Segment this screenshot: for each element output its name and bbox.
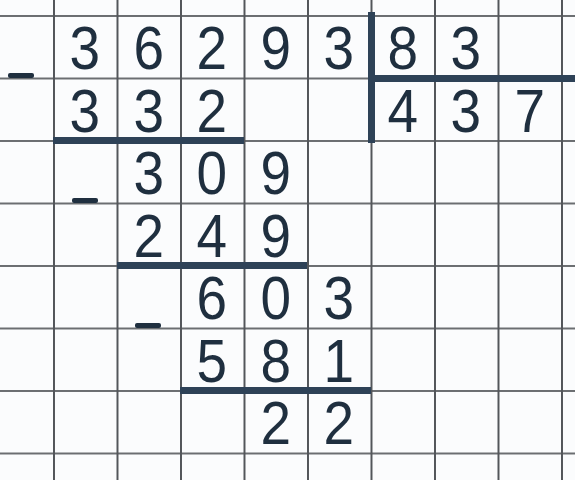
digit-cell-r5c3: 6: [183, 265, 240, 328]
minus-sign-step-2: [72, 198, 98, 203]
digit-cell-r2c1: 3: [56, 78, 113, 141]
digit-cell-r1c7: 3: [437, 15, 494, 78]
underline-step-1: [53, 137, 244, 144]
underline-step-2: [117, 262, 308, 269]
digit-cell-r6c3: 5: [183, 328, 240, 391]
digit-cell-r2c8: 7: [501, 78, 558, 141]
underline-step-3: [180, 387, 371, 394]
digit-cell-r1c6: 8: [374, 15, 431, 78]
digit-cell-r1c3: 2: [183, 15, 240, 78]
digit-cell-r7c4: 2: [247, 390, 304, 453]
digit-cell-r3c3: 0: [183, 140, 240, 203]
digit-cell-r2c2: 3: [120, 78, 177, 141]
digit-cell-r2c7: 3: [437, 78, 494, 141]
digit-cell-r6c5: 1: [310, 328, 367, 391]
digit-cell-r1c1: 3: [56, 15, 113, 78]
digit-cell-r5c5: 3: [310, 265, 367, 328]
digit-cell-r4c3: 4: [183, 203, 240, 266]
digit-cell-r7c5: 2: [310, 390, 367, 453]
division-bracket-horizontal-line: [371, 75, 575, 82]
digit-cell-r4c4: 9: [247, 203, 304, 266]
digit-cell-r2c3: 2: [183, 78, 240, 141]
digit-cell-r3c2: 3: [120, 140, 177, 203]
digit-cell-r6c4: 8: [247, 328, 304, 391]
digit-cell-r5c4: 0: [247, 265, 304, 328]
minus-sign-step-1: [8, 73, 34, 78]
digit-cell-r1c5: 3: [310, 15, 367, 78]
digit-cell-r2c6: 4: [374, 78, 431, 141]
minus-sign-step-3: [135, 323, 161, 328]
digit-cell-r3c4: 9: [247, 140, 304, 203]
digit-cell-r1c4: 9: [247, 15, 304, 78]
digit-cell-r4c2: 2: [120, 203, 177, 266]
worksheet: 362938333243730924960358122: [0, 0, 575, 480]
digit-cell-r1c2: 6: [120, 15, 177, 78]
